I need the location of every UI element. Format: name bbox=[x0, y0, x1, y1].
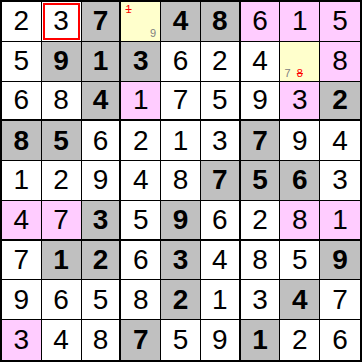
digit: 4 bbox=[133, 166, 149, 194]
cell-r9c5[interactable]: 5 bbox=[161, 320, 201, 360]
cell-r9c4[interactable]: 7 bbox=[121, 320, 161, 360]
cell-r4c6[interactable]: 3 bbox=[201, 121, 241, 161]
digit: 5 bbox=[133, 206, 149, 234]
digit: 7 bbox=[14, 246, 30, 274]
digit: 5 bbox=[173, 326, 189, 354]
digit: 8 bbox=[14, 127, 30, 155]
cell-r8c2[interactable]: 6 bbox=[42, 280, 82, 320]
cell-r1c4[interactable]: 19 bbox=[121, 2, 161, 42]
digit: 1 bbox=[212, 286, 228, 314]
cell-r4c8[interactable]: 9 bbox=[280, 121, 320, 161]
cell-r6c5[interactable]: 9 bbox=[161, 201, 201, 241]
pencil-mark-9: 9 bbox=[147, 28, 159, 40]
digit: 5 bbox=[332, 7, 348, 35]
digit: 8 bbox=[173, 166, 189, 194]
digit: 5 bbox=[93, 286, 109, 314]
digit: 9 bbox=[53, 47, 69, 75]
cell-r3c1[interactable]: 6 bbox=[2, 82, 42, 122]
cell-r4c3[interactable]: 6 bbox=[82, 121, 122, 161]
cell-r6c4[interactable]: 5 bbox=[121, 201, 161, 241]
cell-r3c9[interactable]: 2 bbox=[320, 82, 360, 122]
digit: 7 bbox=[53, 206, 69, 234]
cell-r3c2[interactable]: 8 bbox=[42, 82, 82, 122]
cell-r4c7[interactable]: 7 bbox=[241, 121, 281, 161]
digit: 3 bbox=[332, 166, 348, 194]
digit: 8 bbox=[292, 206, 308, 234]
digit: 6 bbox=[252, 7, 268, 35]
digit: 3 bbox=[252, 286, 268, 314]
digit: 7 bbox=[133, 326, 149, 354]
digit: 2 bbox=[292, 326, 308, 354]
cell-r6c7[interactable]: 2 bbox=[241, 201, 281, 241]
digit: 6 bbox=[14, 86, 30, 114]
pencil-grid: 19 bbox=[122, 3, 159, 40]
cell-r2c6[interactable]: 2 bbox=[201, 42, 241, 82]
digit: 4 bbox=[14, 206, 30, 234]
cell-r1c1[interactable]: 2 bbox=[2, 2, 42, 42]
cell-r4c4[interactable]: 2 bbox=[121, 121, 161, 161]
digit: 3 bbox=[93, 206, 109, 234]
digit: 1 bbox=[332, 206, 348, 234]
digit: 8 bbox=[252, 246, 268, 274]
cell-r1c9[interactable]: 5 bbox=[320, 2, 360, 42]
cell-r9c2[interactable]: 4 bbox=[42, 320, 82, 360]
digit: 1 bbox=[53, 246, 69, 274]
digit: 5 bbox=[53, 127, 69, 155]
digit: 2 bbox=[133, 127, 149, 155]
digit: 9 bbox=[292, 127, 308, 155]
digit: 9 bbox=[252, 86, 268, 114]
digit: 8 bbox=[212, 7, 228, 35]
cell-r8c5[interactable]: 2 bbox=[161, 280, 201, 320]
digit: 2 bbox=[93, 246, 109, 274]
digit: 3 bbox=[173, 246, 189, 274]
digit: 4 bbox=[332, 127, 348, 155]
cell-r4c1[interactable]: 8 bbox=[2, 121, 42, 161]
cell-r2c8[interactable]: 78 bbox=[280, 42, 320, 82]
cell-r6c2[interactable]: 7 bbox=[42, 201, 82, 241]
cell-r8c9[interactable]: 7 bbox=[320, 280, 360, 320]
cell-r1c2[interactable]: 3 bbox=[42, 2, 82, 42]
cell-r7c8[interactable]: 5 bbox=[280, 241, 320, 281]
cell-r1c8[interactable]: 1 bbox=[280, 2, 320, 42]
digit: 6 bbox=[93, 127, 109, 155]
cell-r9c3[interactable]: 8 bbox=[82, 320, 122, 360]
cell-r7c1[interactable]: 7 bbox=[2, 241, 42, 281]
cell-r8c6[interactable]: 1 bbox=[201, 280, 241, 320]
cell-r5c2[interactable]: 2 bbox=[42, 161, 82, 201]
pencil-mark-7: 7 bbox=[281, 67, 293, 79]
digit: 6 bbox=[292, 166, 308, 194]
pencil-grid: 78 bbox=[281, 43, 318, 80]
digit: 8 bbox=[53, 86, 69, 114]
cell-r9c9[interactable]: 6 bbox=[320, 320, 360, 360]
cell-r1c6[interactable]: 8 bbox=[201, 2, 241, 42]
cell-r6c6[interactable]: 6 bbox=[201, 201, 241, 241]
digit: 6 bbox=[173, 47, 189, 75]
digit: 5 bbox=[252, 166, 268, 194]
cell-r5c7[interactable]: 5 bbox=[241, 161, 281, 201]
cell-r5c4[interactable]: 4 bbox=[121, 161, 161, 201]
digit: 6 bbox=[332, 326, 348, 354]
digit: 1 bbox=[292, 7, 308, 35]
digit: 4 bbox=[212, 246, 228, 274]
cell-r8c4[interactable]: 8 bbox=[121, 280, 161, 320]
cell-r4c2[interactable]: 5 bbox=[42, 121, 82, 161]
digit: 7 bbox=[173, 86, 189, 114]
cell-r5c9[interactable]: 3 bbox=[320, 161, 360, 201]
digit: 2 bbox=[332, 86, 348, 114]
digit: 7 bbox=[212, 166, 228, 194]
digit: 5 bbox=[292, 246, 308, 274]
digit: 3 bbox=[133, 47, 149, 75]
digit: 9 bbox=[212, 326, 228, 354]
cell-r9c6[interactable]: 9 bbox=[201, 320, 241, 360]
digit: 4 bbox=[53, 326, 69, 354]
digit: 7 bbox=[93, 7, 109, 35]
cell-r3c3[interactable]: 4 bbox=[82, 82, 122, 122]
digit: 3 bbox=[292, 86, 308, 114]
cell-r9c1[interactable]: 3 bbox=[2, 320, 42, 360]
digit: 2 bbox=[173, 286, 189, 314]
cell-r2c1[interactable]: 5 bbox=[2, 42, 42, 82]
cell-r2c7[interactable]: 4 bbox=[241, 42, 281, 82]
digit: 5 bbox=[14, 47, 30, 75]
cell-r3c6[interactable]: 5 bbox=[201, 82, 241, 122]
digit: 7 bbox=[252, 127, 268, 155]
digit: 2 bbox=[14, 7, 30, 35]
cell-r2c2[interactable]: 9 bbox=[42, 42, 82, 82]
digit: 6 bbox=[133, 246, 149, 274]
cell-r7c6[interactable]: 4 bbox=[201, 241, 241, 281]
cell-r4c9[interactable]: 4 bbox=[320, 121, 360, 161]
digit: 1 bbox=[93, 47, 109, 75]
digit: 9 bbox=[332, 246, 348, 274]
cell-r2c4[interactable]: 3 bbox=[121, 42, 161, 82]
cell-r8c7[interactable]: 3 bbox=[241, 280, 281, 320]
cell-r6c9[interactable]: 1 bbox=[320, 201, 360, 241]
cell-r5c3[interactable]: 9 bbox=[82, 161, 122, 201]
digit: 2 bbox=[252, 206, 268, 234]
cell-r6c1[interactable]: 4 bbox=[2, 201, 42, 241]
digit: 1 bbox=[173, 127, 189, 155]
pencil-mark-8-struck: 8 bbox=[294, 67, 306, 79]
digit: 1 bbox=[133, 86, 149, 114]
cell-r7c2[interactable]: 1 bbox=[42, 241, 82, 281]
digit: 5 bbox=[212, 86, 228, 114]
cell-r3c5[interactable]: 7 bbox=[161, 82, 201, 122]
digit: 3 bbox=[53, 7, 69, 35]
sudoku-board: 2371948615591362478868417593285621379412… bbox=[0, 0, 362, 362]
cell-r5c5[interactable]: 8 bbox=[161, 161, 201, 201]
digit: 8 bbox=[93, 326, 109, 354]
digit: 9 bbox=[173, 206, 189, 234]
digit: 3 bbox=[14, 326, 30, 354]
cell-r4c5[interactable]: 1 bbox=[161, 121, 201, 161]
cell-r8c1[interactable]: 9 bbox=[2, 280, 42, 320]
digit: 4 bbox=[93, 86, 109, 114]
digit: 8 bbox=[133, 286, 149, 314]
cell-r5c8[interactable]: 6 bbox=[280, 161, 320, 201]
digit: 7 bbox=[332, 286, 348, 314]
cell-r3c8[interactable]: 3 bbox=[280, 82, 320, 122]
cell-r8c3[interactable]: 5 bbox=[82, 280, 122, 320]
digit: 4 bbox=[252, 47, 268, 75]
cell-r7c9[interactable]: 9 bbox=[320, 241, 360, 281]
cell-r3c4[interactable]: 1 bbox=[121, 82, 161, 122]
cell-r1c5[interactable]: 4 bbox=[161, 2, 201, 42]
cell-r9c8[interactable]: 2 bbox=[280, 320, 320, 360]
digit: 1 bbox=[252, 326, 268, 354]
digit: 3 bbox=[212, 127, 228, 155]
cell-r5c6[interactable]: 7 bbox=[201, 161, 241, 201]
cell-r3c7[interactable]: 9 bbox=[241, 82, 281, 122]
cell-r5c1[interactable]: 1 bbox=[2, 161, 42, 201]
cell-r9c7[interactable]: 1 bbox=[241, 320, 281, 360]
cell-r1c3[interactable]: 7 bbox=[82, 2, 122, 42]
cell-r2c3[interactable]: 1 bbox=[82, 42, 122, 82]
digit: 6 bbox=[53, 286, 69, 314]
cell-r6c8[interactable]: 8 bbox=[280, 201, 320, 241]
digit: 6 bbox=[212, 206, 228, 234]
cell-r1c7[interactable]: 6 bbox=[241, 2, 281, 42]
cell-r6c3[interactable]: 3 bbox=[82, 201, 122, 241]
cell-r2c9[interactable]: 8 bbox=[320, 42, 360, 82]
cell-r7c7[interactable]: 8 bbox=[241, 241, 281, 281]
cell-r7c4[interactable]: 6 bbox=[121, 241, 161, 281]
cell-r7c3[interactable]: 2 bbox=[82, 241, 122, 281]
cell-r2c5[interactable]: 6 bbox=[161, 42, 201, 82]
cell-r8c8[interactable]: 4 bbox=[280, 280, 320, 320]
cell-r7c5[interactable]: 3 bbox=[161, 241, 201, 281]
digit: 9 bbox=[14, 286, 30, 314]
digit: 8 bbox=[332, 47, 348, 75]
pencil-mark-1-struck: 1 bbox=[122, 3, 134, 15]
digit: 2 bbox=[212, 47, 228, 75]
digit: 4 bbox=[292, 286, 308, 314]
digit: 9 bbox=[93, 166, 109, 194]
digit: 1 bbox=[14, 166, 30, 194]
digit: 4 bbox=[173, 7, 189, 35]
digit: 2 bbox=[53, 166, 69, 194]
